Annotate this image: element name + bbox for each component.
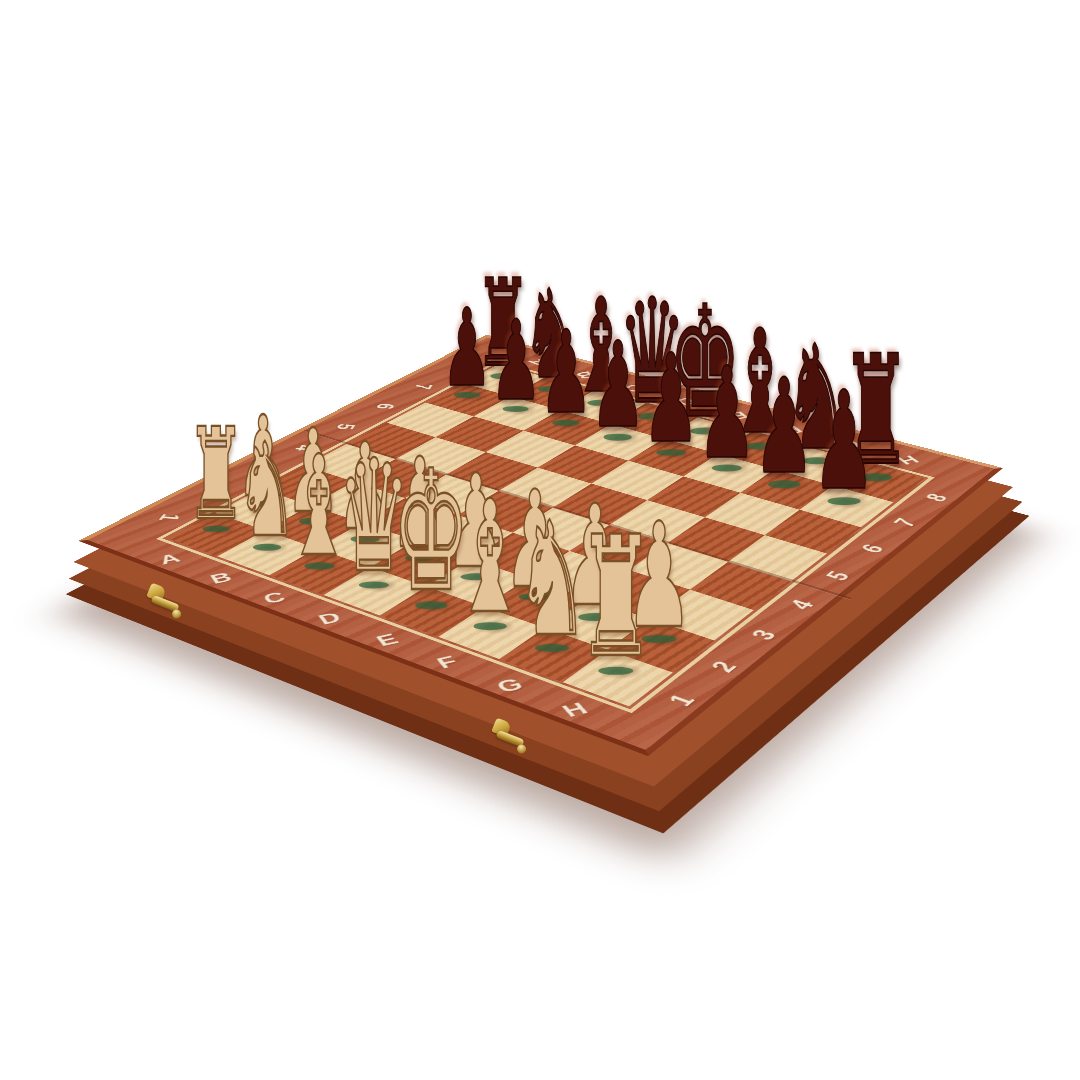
piece-black-pawn-h7[interactable]: ♟ bbox=[806, 426, 881, 510]
piece-white-rook-h1[interactable]: ♜ bbox=[570, 580, 662, 683]
clasp-knob bbox=[516, 743, 528, 755]
chess-set-photo: AA11BB22CC33DD44EE55FF66GG77HH88 ♜♞♟♝♟♛♟… bbox=[0, 0, 1080, 1080]
clasp-knob bbox=[171, 608, 183, 620]
pieces-layer: ♜♞♟♝♟♛♟♚♟♝♟♞♟♜♟♟♟♟♜♟♞♟♝♟♛♟♚♟♝♟♞♜ bbox=[0, 0, 1080, 1080]
